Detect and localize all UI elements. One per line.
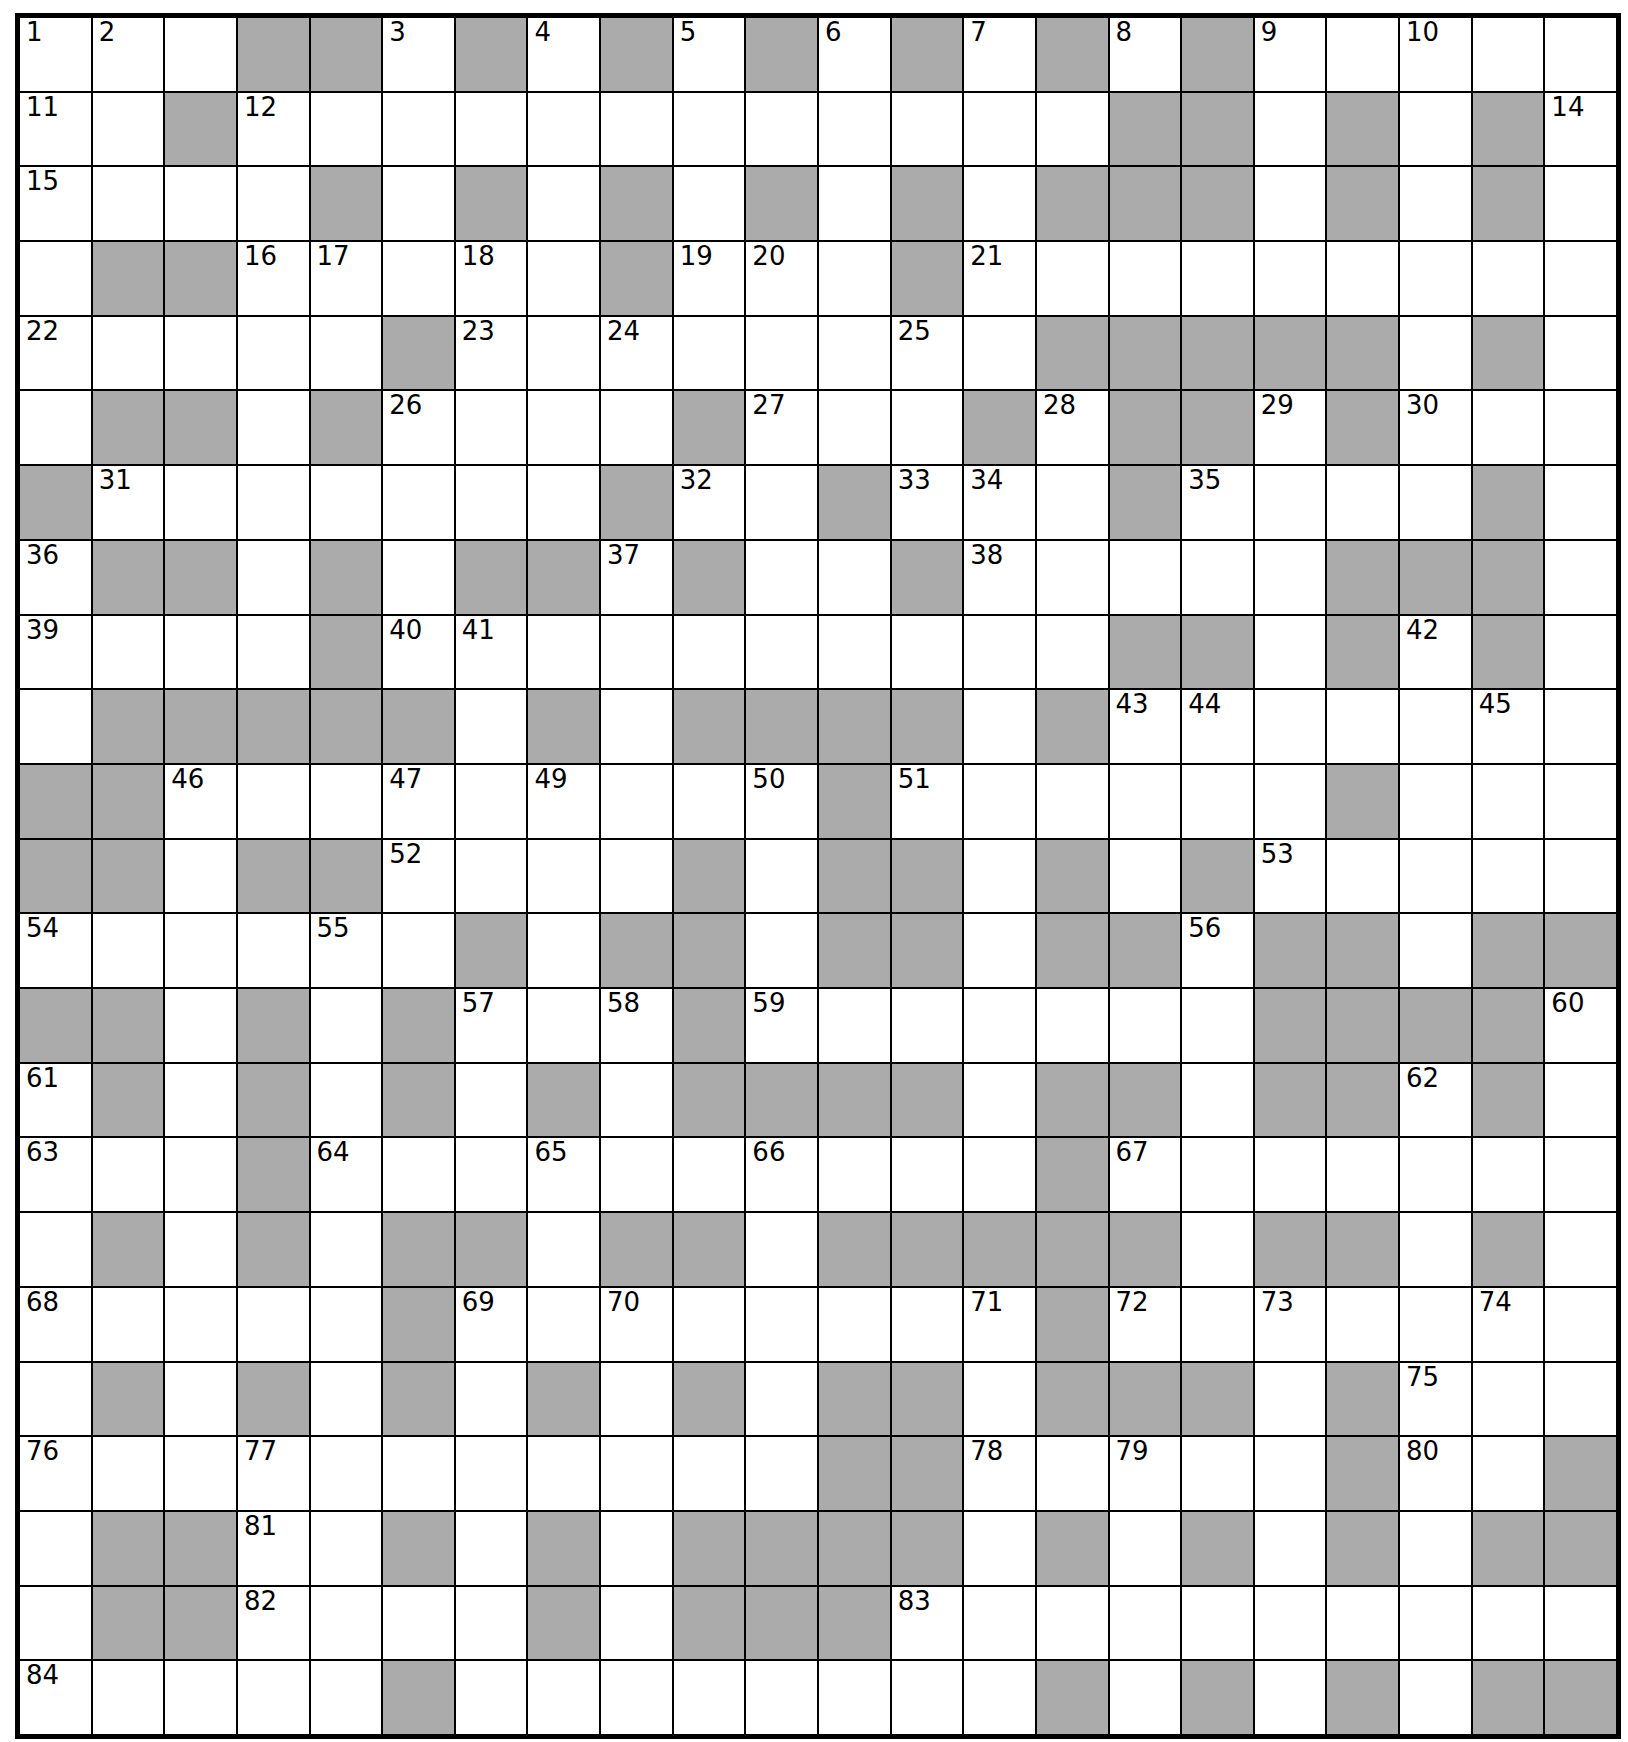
cell-r1c8[interactable]: 4	[528, 18, 599, 91]
cell-r19c9[interactable]	[601, 1363, 672, 1436]
cell-r6c11[interactable]: 27	[746, 391, 817, 464]
cell-r10c22[interactable]	[1545, 690, 1616, 763]
cell-r20c21[interactable]	[1473, 1437, 1544, 1510]
cell-r20c4[interactable]: 77	[238, 1437, 309, 1510]
cell-r1c19[interactable]	[1327, 18, 1398, 91]
cell-r6c8[interactable]	[528, 391, 599, 464]
cell-r2c14[interactable]	[964, 93, 1035, 166]
cell-r23c5[interactable]	[311, 1661, 382, 1734]
cell-r10c20[interactable]	[1400, 690, 1471, 763]
cell-r10c18[interactable]	[1255, 690, 1326, 763]
cell-r22c18[interactable]	[1255, 1587, 1326, 1660]
cell-r12c6[interactable]: 52	[383, 840, 454, 913]
cell-r7c7[interactable]	[456, 466, 527, 539]
cell-r15c3[interactable]	[165, 1064, 236, 1137]
cell-r21c7[interactable]	[456, 1512, 527, 1585]
cell-r5c22[interactable]	[1545, 317, 1616, 390]
cell-r18c19[interactable]	[1327, 1288, 1398, 1361]
cell-r23c20[interactable]	[1400, 1661, 1471, 1734]
cell-r19c5[interactable]	[311, 1363, 382, 1436]
cell-r6c1[interactable]	[20, 391, 91, 464]
cell-r16c14[interactable]	[964, 1138, 1035, 1211]
cell-r18c8[interactable]	[528, 1288, 599, 1361]
cell-r20c6[interactable]	[383, 1437, 454, 1510]
cell-r7c3[interactable]	[165, 466, 236, 539]
cell-r22c9[interactable]	[601, 1587, 672, 1660]
cell-r9c4[interactable]	[238, 616, 309, 689]
cell-r21c18[interactable]	[1255, 1512, 1326, 1585]
cell-r13c1[interactable]: 54	[20, 914, 91, 987]
cell-r4c14[interactable]: 21	[964, 242, 1035, 315]
cell-r9c1[interactable]: 39	[20, 616, 91, 689]
cell-r8c22[interactable]	[1545, 541, 1616, 614]
cell-r13c4[interactable]	[238, 914, 309, 987]
cell-r18c2[interactable]	[93, 1288, 164, 1361]
cell-r12c19[interactable]	[1327, 840, 1398, 913]
cell-r12c18[interactable]: 53	[1255, 840, 1326, 913]
cell-r21c5[interactable]	[311, 1512, 382, 1585]
cell-r5c10[interactable]	[674, 317, 745, 390]
cell-r20c14[interactable]: 78	[964, 1437, 1035, 1510]
cell-r3c3[interactable]	[165, 167, 236, 240]
cell-r4c8[interactable]	[528, 242, 599, 315]
cell-r7c15[interactable]	[1037, 466, 1108, 539]
cell-r20c10[interactable]	[674, 1437, 745, 1510]
cell-r1c14[interactable]: 7	[964, 18, 1035, 91]
cell-r15c20[interactable]: 62	[1400, 1064, 1471, 1137]
cell-r14c9[interactable]: 58	[601, 989, 672, 1062]
cell-r16c18[interactable]	[1255, 1138, 1326, 1211]
cell-r23c3[interactable]	[165, 1661, 236, 1734]
cell-r20c11[interactable]	[746, 1437, 817, 1510]
cell-r1c16[interactable]: 8	[1110, 18, 1181, 91]
cell-r2c6[interactable]	[383, 93, 454, 166]
cell-r3c22[interactable]	[1545, 167, 1616, 240]
cell-r23c16[interactable]	[1110, 1661, 1181, 1734]
cell-r4c21[interactable]	[1473, 242, 1544, 315]
cell-r17c17[interactable]	[1182, 1213, 1253, 1286]
cell-r22c4[interactable]: 82	[238, 1587, 309, 1660]
cell-r5c14[interactable]	[964, 317, 1035, 390]
cell-r1c20[interactable]: 10	[1400, 18, 1471, 91]
cell-r14c3[interactable]	[165, 989, 236, 1062]
cell-r16c6[interactable]	[383, 1138, 454, 1211]
cell-r1c21[interactable]	[1473, 18, 1544, 91]
cell-r4c20[interactable]	[1400, 242, 1471, 315]
cell-r3c2[interactable]	[93, 167, 164, 240]
cell-r5c3[interactable]	[165, 317, 236, 390]
cell-r11c20[interactable]	[1400, 765, 1471, 838]
cell-r13c2[interactable]	[93, 914, 164, 987]
cell-r6c21[interactable]	[1473, 391, 1544, 464]
cell-r10c17[interactable]: 44	[1182, 690, 1253, 763]
cell-r5c11[interactable]	[746, 317, 817, 390]
cell-r15c7[interactable]	[456, 1064, 527, 1137]
cell-r3c6[interactable]	[383, 167, 454, 240]
cell-r12c16[interactable]	[1110, 840, 1181, 913]
cell-r1c10[interactable]: 5	[674, 18, 745, 91]
cell-r6c9[interactable]	[601, 391, 672, 464]
cell-r4c15[interactable]	[1037, 242, 1108, 315]
cell-r20c18[interactable]	[1255, 1437, 1326, 1510]
cell-r13c3[interactable]	[165, 914, 236, 987]
cell-r15c17[interactable]	[1182, 1064, 1253, 1137]
cell-r13c20[interactable]	[1400, 914, 1471, 987]
cell-r11c22[interactable]	[1545, 765, 1616, 838]
cell-r11c21[interactable]	[1473, 765, 1544, 838]
cell-r20c9[interactable]	[601, 1437, 672, 1510]
cell-r17c1[interactable]	[20, 1213, 91, 1286]
cell-r18c4[interactable]	[238, 1288, 309, 1361]
cell-r2c7[interactable]	[456, 93, 527, 166]
cell-r18c18[interactable]: 73	[1255, 1288, 1326, 1361]
cell-r14c22[interactable]: 60	[1545, 989, 1616, 1062]
cell-r3c1[interactable]: 15	[20, 167, 91, 240]
cell-r8c15[interactable]	[1037, 541, 1108, 614]
cell-r2c18[interactable]	[1255, 93, 1326, 166]
cell-r4c18[interactable]	[1255, 242, 1326, 315]
cell-r17c22[interactable]	[1545, 1213, 1616, 1286]
cell-r5c20[interactable]	[1400, 317, 1471, 390]
cell-r9c9[interactable]	[601, 616, 672, 689]
cell-r14c8[interactable]	[528, 989, 599, 1062]
cell-r9c7[interactable]: 41	[456, 616, 527, 689]
cell-r18c16[interactable]: 72	[1110, 1288, 1181, 1361]
cell-r20c20[interactable]: 80	[1400, 1437, 1471, 1510]
cell-r5c12[interactable]	[819, 317, 890, 390]
cell-r2c20[interactable]	[1400, 93, 1471, 166]
cell-r21c14[interactable]	[964, 1512, 1035, 1585]
cell-r3c4[interactable]	[238, 167, 309, 240]
cell-r21c4[interactable]: 81	[238, 1512, 309, 1585]
cell-r13c17[interactable]: 56	[1182, 914, 1253, 987]
cell-r12c7[interactable]	[456, 840, 527, 913]
cell-r9c6[interactable]: 40	[383, 616, 454, 689]
cell-r22c1[interactable]	[20, 1587, 91, 1660]
cell-r16c21[interactable]	[1473, 1138, 1544, 1211]
cell-r20c17[interactable]	[1182, 1437, 1253, 1510]
cell-r3c10[interactable]	[674, 167, 745, 240]
cell-r18c12[interactable]	[819, 1288, 890, 1361]
cell-r4c17[interactable]	[1182, 242, 1253, 315]
cell-r13c14[interactable]	[964, 914, 1035, 987]
cell-r7c5[interactable]	[311, 466, 382, 539]
cell-r23c11[interactable]	[746, 1661, 817, 1734]
cell-r6c6[interactable]: 26	[383, 391, 454, 464]
cell-r21c16[interactable]	[1110, 1512, 1181, 1585]
cell-r18c20[interactable]	[1400, 1288, 1471, 1361]
cell-r4c22[interactable]	[1545, 242, 1616, 315]
cell-r6c13[interactable]	[892, 391, 963, 464]
cell-r9c10[interactable]	[674, 616, 745, 689]
cell-r19c11[interactable]	[746, 1363, 817, 1436]
cell-r12c9[interactable]	[601, 840, 672, 913]
cell-r15c1[interactable]: 61	[20, 1064, 91, 1137]
cell-r9c11[interactable]	[746, 616, 817, 689]
cell-r23c4[interactable]	[238, 1661, 309, 1734]
cell-r16c16[interactable]: 67	[1110, 1138, 1181, 1211]
cell-r14c14[interactable]	[964, 989, 1035, 1062]
cell-r5c13[interactable]: 25	[892, 317, 963, 390]
cell-r20c7[interactable]	[456, 1437, 527, 1510]
cell-r11c11[interactable]: 50	[746, 765, 817, 838]
cell-r3c18[interactable]	[1255, 167, 1326, 240]
cell-r7c20[interactable]	[1400, 466, 1471, 539]
cell-r2c8[interactable]	[528, 93, 599, 166]
cell-r2c10[interactable]	[674, 93, 745, 166]
cell-r14c17[interactable]	[1182, 989, 1253, 1062]
cell-r9c20[interactable]: 42	[1400, 616, 1471, 689]
cell-r12c8[interactable]	[528, 840, 599, 913]
cell-r13c6[interactable]	[383, 914, 454, 987]
cell-r5c9[interactable]: 24	[601, 317, 672, 390]
cell-r2c2[interactable]	[93, 93, 164, 166]
cell-r19c22[interactable]	[1545, 1363, 1616, 1436]
cell-r23c14[interactable]	[964, 1661, 1035, 1734]
cell-r23c9[interactable]	[601, 1661, 672, 1734]
cell-r2c15[interactable]	[1037, 93, 1108, 166]
cell-r4c19[interactable]	[1327, 242, 1398, 315]
cell-r12c3[interactable]	[165, 840, 236, 913]
cell-r20c5[interactable]	[311, 1437, 382, 1510]
cell-r22c5[interactable]	[311, 1587, 382, 1660]
cell-r18c5[interactable]	[311, 1288, 382, 1361]
cell-r3c8[interactable]	[528, 167, 599, 240]
cell-r14c7[interactable]: 57	[456, 989, 527, 1062]
cell-r11c5[interactable]	[311, 765, 382, 838]
cell-r16c20[interactable]	[1400, 1138, 1471, 1211]
cell-r11c7[interactable]	[456, 765, 527, 838]
cell-r8c9[interactable]: 37	[601, 541, 672, 614]
cell-r18c14[interactable]: 71	[964, 1288, 1035, 1361]
cell-r18c21[interactable]: 74	[1473, 1288, 1544, 1361]
cell-r23c10[interactable]	[674, 1661, 745, 1734]
cell-r10c7[interactable]	[456, 690, 527, 763]
cell-r2c1[interactable]: 11	[20, 93, 91, 166]
cell-r6c20[interactable]: 30	[1400, 391, 1471, 464]
cell-r23c18[interactable]	[1255, 1661, 1326, 1734]
cell-r19c20[interactable]: 75	[1400, 1363, 1471, 1436]
cell-r11c10[interactable]	[674, 765, 745, 838]
cell-r11c17[interactable]	[1182, 765, 1253, 838]
cell-r6c7[interactable]	[456, 391, 527, 464]
cell-r9c3[interactable]	[165, 616, 236, 689]
cell-r22c13[interactable]: 83	[892, 1587, 963, 1660]
cell-r4c10[interactable]: 19	[674, 242, 745, 315]
cell-r2c13[interactable]	[892, 93, 963, 166]
cell-r4c16[interactable]	[1110, 242, 1181, 315]
cell-r4c6[interactable]	[383, 242, 454, 315]
cell-r5c8[interactable]	[528, 317, 599, 390]
cell-r2c11[interactable]	[746, 93, 817, 166]
cell-r23c13[interactable]	[892, 1661, 963, 1734]
cell-r19c3[interactable]	[165, 1363, 236, 1436]
cell-r1c3[interactable]	[165, 18, 236, 91]
cell-r11c3[interactable]: 46	[165, 765, 236, 838]
cell-r15c22[interactable]	[1545, 1064, 1616, 1137]
cell-r6c18[interactable]: 29	[1255, 391, 1326, 464]
cell-r8c18[interactable]	[1255, 541, 1326, 614]
cell-r7c10[interactable]: 32	[674, 466, 745, 539]
cell-r21c9[interactable]	[601, 1512, 672, 1585]
cell-r20c3[interactable]	[165, 1437, 236, 1510]
cell-r20c1[interactable]: 76	[20, 1437, 91, 1510]
cell-r7c14[interactable]: 34	[964, 466, 1035, 539]
cell-r9c18[interactable]	[1255, 616, 1326, 689]
cell-r19c14[interactable]	[964, 1363, 1035, 1436]
cell-r9c8[interactable]	[528, 616, 599, 689]
cell-r5c2[interactable]	[93, 317, 164, 390]
cell-r4c11[interactable]: 20	[746, 242, 817, 315]
cell-r22c15[interactable]	[1037, 1587, 1108, 1660]
cell-r11c18[interactable]	[1255, 765, 1326, 838]
cell-r1c12[interactable]: 6	[819, 18, 890, 91]
cell-r22c22[interactable]	[1545, 1587, 1616, 1660]
cell-r16c7[interactable]	[456, 1138, 527, 1211]
cell-r16c22[interactable]	[1545, 1138, 1616, 1211]
cell-r12c22[interactable]	[1545, 840, 1616, 913]
cell-r7c22[interactable]	[1545, 466, 1616, 539]
cell-r11c4[interactable]	[238, 765, 309, 838]
cell-r16c8[interactable]: 65	[528, 1138, 599, 1211]
cell-r1c6[interactable]: 3	[383, 18, 454, 91]
cell-r8c17[interactable]	[1182, 541, 1253, 614]
cell-r7c6[interactable]	[383, 466, 454, 539]
cell-r22c17[interactable]	[1182, 1587, 1253, 1660]
cell-r9c2[interactable]	[93, 616, 164, 689]
cell-r11c9[interactable]	[601, 765, 672, 838]
cell-r4c4[interactable]: 16	[238, 242, 309, 315]
cell-r1c22[interactable]	[1545, 18, 1616, 91]
cell-r22c7[interactable]	[456, 1587, 527, 1660]
cell-r12c11[interactable]	[746, 840, 817, 913]
cell-r17c20[interactable]	[1400, 1213, 1471, 1286]
cell-r16c9[interactable]	[601, 1138, 672, 1211]
cell-r5c1[interactable]: 22	[20, 317, 91, 390]
cell-r8c16[interactable]	[1110, 541, 1181, 614]
cell-r11c14[interactable]	[964, 765, 1035, 838]
cell-r20c8[interactable]	[528, 1437, 599, 1510]
cell-r23c1[interactable]: 84	[20, 1661, 91, 1734]
cell-r22c14[interactable]	[964, 1587, 1035, 1660]
cell-r20c16[interactable]: 79	[1110, 1437, 1181, 1510]
cell-r13c11[interactable]	[746, 914, 817, 987]
cell-r18c7[interactable]: 69	[456, 1288, 527, 1361]
cell-r1c2[interactable]: 2	[93, 18, 164, 91]
cell-r20c2[interactable]	[93, 1437, 164, 1510]
cell-r18c10[interactable]	[674, 1288, 745, 1361]
cell-r8c1[interactable]: 36	[20, 541, 91, 614]
cell-r5c5[interactable]	[311, 317, 382, 390]
cell-r19c18[interactable]	[1255, 1363, 1326, 1436]
cell-r18c3[interactable]	[165, 1288, 236, 1361]
cell-r18c13[interactable]	[892, 1288, 963, 1361]
cell-r7c4[interactable]	[238, 466, 309, 539]
cell-r11c13[interactable]: 51	[892, 765, 963, 838]
cell-r7c8[interactable]	[528, 466, 599, 539]
cell-r11c16[interactable]	[1110, 765, 1181, 838]
cell-r8c6[interactable]	[383, 541, 454, 614]
cell-r16c12[interactable]	[819, 1138, 890, 1211]
cell-r10c1[interactable]	[20, 690, 91, 763]
cell-r7c17[interactable]: 35	[1182, 466, 1253, 539]
cell-r21c1[interactable]	[20, 1512, 91, 1585]
cell-r23c2[interactable]	[93, 1661, 164, 1734]
cell-r22c16[interactable]	[1110, 1587, 1181, 1660]
cell-r2c12[interactable]	[819, 93, 890, 166]
cell-r10c9[interactable]	[601, 690, 672, 763]
cell-r8c12[interactable]	[819, 541, 890, 614]
cell-r22c6[interactable]	[383, 1587, 454, 1660]
cell-r15c14[interactable]	[964, 1064, 1035, 1137]
cell-r4c7[interactable]: 18	[456, 242, 527, 315]
cell-r12c14[interactable]	[964, 840, 1035, 913]
cell-r2c9[interactable]	[601, 93, 672, 166]
cell-r9c22[interactable]	[1545, 616, 1616, 689]
cell-r21c20[interactable]	[1400, 1512, 1471, 1585]
cell-r16c11[interactable]: 66	[746, 1138, 817, 1211]
cell-r5c4[interactable]	[238, 317, 309, 390]
cell-r17c5[interactable]	[311, 1213, 382, 1286]
cell-r7c2[interactable]: 31	[93, 466, 164, 539]
cell-r6c22[interactable]	[1545, 391, 1616, 464]
cell-r5c7[interactable]: 23	[456, 317, 527, 390]
cell-r2c22[interactable]: 14	[1545, 93, 1616, 166]
cell-r18c1[interactable]: 68	[20, 1288, 91, 1361]
cell-r10c16[interactable]: 43	[1110, 690, 1181, 763]
cell-r7c11[interactable]	[746, 466, 817, 539]
cell-r22c20[interactable]	[1400, 1587, 1471, 1660]
cell-r3c12[interactable]	[819, 167, 890, 240]
cell-r3c14[interactable]	[964, 167, 1035, 240]
cell-r16c5[interactable]: 64	[311, 1138, 382, 1211]
cell-r23c7[interactable]	[456, 1661, 527, 1734]
cell-r14c16[interactable]	[1110, 989, 1181, 1062]
cell-r7c18[interactable]	[1255, 466, 1326, 539]
cell-r11c6[interactable]: 47	[383, 765, 454, 838]
cell-r16c2[interactable]	[93, 1138, 164, 1211]
cell-r15c5[interactable]	[311, 1064, 382, 1137]
cell-r15c9[interactable]	[601, 1064, 672, 1137]
cell-r11c15[interactable]	[1037, 765, 1108, 838]
cell-r16c19[interactable]	[1327, 1138, 1398, 1211]
cell-r2c4[interactable]: 12	[238, 93, 309, 166]
cell-r11c8[interactable]: 49	[528, 765, 599, 838]
cell-r23c12[interactable]	[819, 1661, 890, 1734]
cell-r1c1[interactable]: 1	[20, 18, 91, 91]
cell-r23c8[interactable]	[528, 1661, 599, 1734]
cell-r6c15[interactable]: 28	[1037, 391, 1108, 464]
cell-r17c11[interactable]	[746, 1213, 817, 1286]
cell-r4c12[interactable]	[819, 242, 890, 315]
cell-r18c9[interactable]: 70	[601, 1288, 672, 1361]
cell-r2c5[interactable]	[311, 93, 382, 166]
cell-r9c13[interactable]	[892, 616, 963, 689]
cell-r9c15[interactable]	[1037, 616, 1108, 689]
cell-r14c12[interactable]	[819, 989, 890, 1062]
cell-r8c11[interactable]	[746, 541, 817, 614]
cell-r8c4[interactable]	[238, 541, 309, 614]
cell-r4c1[interactable]	[20, 242, 91, 315]
cell-r16c1[interactable]: 63	[20, 1138, 91, 1211]
cell-r6c4[interactable]	[238, 391, 309, 464]
cell-r6c12[interactable]	[819, 391, 890, 464]
cell-r13c5[interactable]: 55	[311, 914, 382, 987]
cell-r19c1[interactable]	[20, 1363, 91, 1436]
cell-r16c13[interactable]	[892, 1138, 963, 1211]
cell-r7c13[interactable]: 33	[892, 466, 963, 539]
cell-r1c18[interactable]: 9	[1255, 18, 1326, 91]
